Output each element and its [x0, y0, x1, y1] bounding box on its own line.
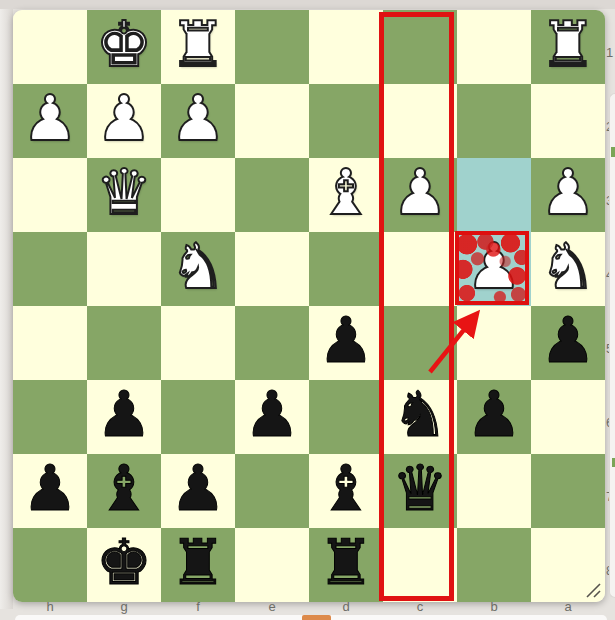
background-left-strip: [0, 9, 13, 609]
white-rook[interactable]: ♜: [170, 10, 226, 82]
white-pawn[interactable]: ♟: [540, 156, 596, 230]
background-top-strip: [0, 0, 615, 9]
square-g6[interactable]: ♟: [87, 380, 161, 454]
white-king[interactable]: ♚: [96, 10, 152, 82]
square-a5[interactable]: ♟: [531, 306, 605, 380]
square-b2[interactable]: [457, 84, 531, 158]
cropped-bottom-bar: [15, 615, 607, 620]
white-pawn[interactable]: ♟: [96, 82, 152, 156]
square-f7[interactable]: ♟: [161, 454, 235, 528]
square-e2[interactable]: [235, 84, 309, 158]
square-f8[interactable]: ♜: [161, 528, 235, 602]
square-h3[interactable]: [13, 158, 87, 232]
square-h4[interactable]: [13, 232, 87, 306]
square-h5[interactable]: [13, 306, 87, 380]
black-pawn[interactable]: ♟: [170, 452, 226, 526]
file-coordinates: hgfedcba: [13, 599, 605, 615]
black-pawn[interactable]: ♟: [540, 304, 596, 378]
square-g1[interactable]: ♚: [87, 10, 161, 84]
black-rook[interactable]: ♜: [318, 526, 374, 600]
square-e8[interactable]: [235, 528, 309, 602]
file-label-f: f: [188, 599, 208, 614]
bottom-bar-orange-segment: [302, 615, 331, 620]
square-h8[interactable]: [13, 528, 87, 602]
file-label-b: b: [484, 599, 504, 614]
square-c4[interactable]: [383, 232, 457, 306]
square-a1[interactable]: ♜: [531, 10, 605, 84]
square-g4[interactable]: [87, 232, 161, 306]
black-knight[interactable]: ♞: [392, 378, 448, 452]
square-f2[interactable]: ♟: [161, 84, 235, 158]
file-label-e: e: [262, 599, 282, 614]
square-e3[interactable]: [235, 158, 309, 232]
file-label-c: c: [410, 599, 430, 614]
page-background: ♚♜♜♟♟♟♛♝♟♟♞♟♞♟♟♟♟♞♟♟♝♟♝♛♚♜♜ hgfedcba 123…: [0, 0, 615, 620]
square-c7[interactable]: ♛: [383, 454, 457, 528]
chess-board[interactable]: ♚♜♜♟♟♟♛♝♟♟♞♟♞♟♟♟♟♞♟♟♝♟♝♛♚♜♜: [13, 10, 605, 602]
right-edge-green-marker: [611, 147, 615, 157]
square-d8[interactable]: ♜: [309, 528, 383, 602]
square-f6[interactable]: [161, 380, 235, 454]
square-b5[interactable]: [457, 306, 531, 380]
square-b7[interactable]: [457, 454, 531, 528]
white-rook[interactable]: ♜: [540, 10, 596, 82]
file-label-d: d: [336, 599, 356, 614]
black-pawn[interactable]: ♟: [466, 378, 522, 452]
square-f1[interactable]: ♜: [161, 10, 235, 84]
rank-label-1: 1: [606, 45, 613, 59]
square-d5[interactable]: ♟: [309, 306, 383, 380]
square-g5[interactable]: [87, 306, 161, 380]
square-f4[interactable]: ♞: [161, 232, 235, 306]
white-knight[interactable]: ♞: [540, 230, 596, 304]
white-pawn[interactable]: ♟: [466, 230, 522, 304]
square-f3[interactable]: [161, 158, 235, 232]
square-c6[interactable]: ♞: [383, 380, 457, 454]
square-c8[interactable]: [383, 528, 457, 602]
square-d4[interactable]: [309, 232, 383, 306]
white-pawn[interactable]: ♟: [22, 82, 78, 156]
square-h6[interactable]: [13, 380, 87, 454]
square-a6[interactable]: [531, 380, 605, 454]
square-e4[interactable]: [235, 232, 309, 306]
square-f5[interactable]: [161, 306, 235, 380]
white-pawn[interactable]: ♟: [392, 156, 448, 230]
square-c5[interactable]: [383, 306, 457, 380]
white-pawn[interactable]: ♟: [170, 82, 226, 156]
black-king[interactable]: ♚: [96, 526, 152, 600]
square-a4[interactable]: ♞: [531, 232, 605, 306]
square-h1[interactable]: [13, 10, 87, 84]
square-c2[interactable]: [383, 84, 457, 158]
file-label-h: h: [40, 599, 60, 614]
square-b8[interactable]: [457, 528, 531, 602]
square-b1[interactable]: [457, 10, 531, 84]
square-e7[interactable]: [235, 454, 309, 528]
black-bishop[interactable]: ♝: [96, 452, 152, 526]
square-g7[interactable]: ♝: [87, 454, 161, 528]
black-pawn[interactable]: ♟: [96, 378, 152, 452]
black-queen[interactable]: ♛: [392, 452, 448, 526]
square-d3[interactable]: ♝: [309, 158, 383, 232]
square-d2[interactable]: [309, 84, 383, 158]
file-label-g: g: [114, 599, 134, 614]
square-a7[interactable]: [531, 454, 605, 528]
square-h2[interactable]: ♟: [13, 84, 87, 158]
square-e6[interactable]: ♟: [235, 380, 309, 454]
board-resize-handle[interactable]: [586, 583, 601, 598]
square-d6[interactable]: [309, 380, 383, 454]
square-a3[interactable]: ♟: [531, 158, 605, 232]
cropped-right-panel: [609, 93, 615, 598]
square-g2[interactable]: ♟: [87, 84, 161, 158]
white-bishop[interactable]: ♝: [318, 156, 374, 230]
white-knight[interactable]: ♞: [170, 230, 226, 304]
square-e5[interactable]: [235, 306, 309, 380]
square-d1[interactable]: [309, 10, 383, 84]
square-a2[interactable]: [531, 84, 605, 158]
square-d7[interactable]: ♝: [309, 454, 383, 528]
square-b3[interactable]: [457, 158, 531, 232]
board-grid[interactable]: ♚♜♜♟♟♟♛♝♟♟♞♟♞♟♟♟♟♞♟♟♝♟♝♛♚♜♜: [13, 10, 605, 602]
black-rook[interactable]: ♜: [170, 526, 226, 600]
file-label-a: a: [558, 599, 578, 614]
black-pawn[interactable]: ♟: [244, 378, 300, 452]
square-g8[interactable]: ♚: [87, 528, 161, 602]
square-b6[interactable]: ♟: [457, 380, 531, 454]
square-h7[interactable]: ♟: [13, 454, 87, 528]
black-pawn[interactable]: ♟: [22, 452, 78, 526]
square-c3[interactable]: ♟: [383, 158, 457, 232]
square-e1[interactable]: [235, 10, 309, 84]
white-queen[interactable]: ♛: [96, 156, 152, 230]
square-c1[interactable]: [383, 10, 457, 84]
black-pawn[interactable]: ♟: [318, 304, 374, 378]
square-g3[interactable]: ♛: [87, 158, 161, 232]
black-bishop[interactable]: ♝: [318, 452, 374, 526]
square-b4[interactable]: ♟: [457, 232, 531, 306]
